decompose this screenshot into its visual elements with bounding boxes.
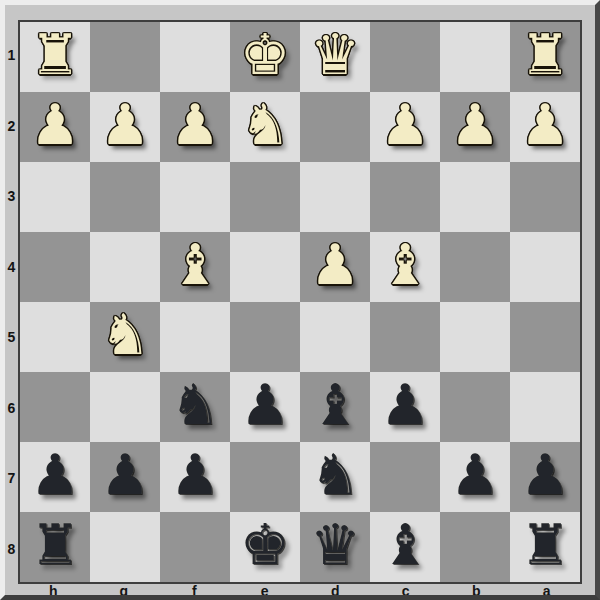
square-b5[interactable] (440, 302, 510, 372)
piece-white-pawn: ♟ (380, 97, 430, 153)
rank-label-3: 3 (5, 161, 18, 232)
square-b1[interactable] (440, 22, 510, 92)
square-f8[interactable] (160, 512, 230, 582)
piece-white-knight: ♞ (100, 307, 150, 363)
rank-label-6: 6 (5, 373, 18, 444)
piece-white-pawn: ♟ (100, 97, 150, 153)
square-c1[interactable] (370, 22, 440, 92)
square-c2[interactable]: ♟ (370, 92, 440, 162)
piece-white-pawn: ♟ (310, 237, 360, 293)
square-g4[interactable] (90, 232, 160, 302)
piece-black-bishop: ♝ (380, 517, 430, 573)
square-g8[interactable] (90, 512, 160, 582)
chess-diagram-frame: 12345678 ♜♚♛♜♟♟♟♞♟♟♟♝♟♝♞♞♟♝♟♟♟♟♞♟♟♜♚♛♝♜ … (0, 0, 600, 600)
rank-label-8: 8 (5, 514, 18, 585)
piece-white-pawn: ♟ (170, 97, 220, 153)
square-e1[interactable]: ♚ (230, 22, 300, 92)
piece-white-king: ♚ (240, 27, 290, 83)
square-g3[interactable] (90, 162, 160, 232)
square-d4[interactable]: ♟ (300, 232, 370, 302)
square-c3[interactable] (370, 162, 440, 232)
file-label-f: f (159, 584, 230, 598)
square-d6[interactable]: ♝ (300, 372, 370, 442)
square-e2[interactable]: ♞ (230, 92, 300, 162)
piece-black-pawn: ♟ (100, 447, 150, 503)
piece-black-pawn: ♟ (170, 447, 220, 503)
square-f6[interactable]: ♞ (160, 372, 230, 442)
square-b4[interactable] (440, 232, 510, 302)
square-e3[interactable] (230, 162, 300, 232)
piece-white-bishop: ♝ (380, 237, 430, 293)
piece-white-pawn: ♟ (450, 97, 500, 153)
file-label-e: e (230, 584, 301, 598)
square-h6[interactable] (20, 372, 90, 442)
square-c7[interactable] (370, 442, 440, 512)
piece-white-bishop: ♝ (170, 237, 220, 293)
rank-labels: 12345678 (5, 20, 18, 584)
square-h4[interactable] (20, 232, 90, 302)
piece-black-knight: ♞ (310, 447, 360, 503)
file-label-h: h (18, 584, 89, 598)
square-f3[interactable] (160, 162, 230, 232)
square-g6[interactable] (90, 372, 160, 442)
square-f7[interactable]: ♟ (160, 442, 230, 512)
square-b8[interactable] (440, 512, 510, 582)
square-h8[interactable]: ♜ (20, 512, 90, 582)
piece-white-pawn: ♟ (30, 97, 80, 153)
square-h7[interactable]: ♟ (20, 442, 90, 512)
square-g5[interactable]: ♞ (90, 302, 160, 372)
square-f5[interactable] (160, 302, 230, 372)
file-label-a: a (512, 584, 583, 598)
file-label-d: d (300, 584, 371, 598)
piece-white-rook: ♜ (520, 27, 570, 83)
piece-black-king: ♚ (240, 517, 290, 573)
rank-label-7: 7 (5, 443, 18, 514)
square-a8[interactable]: ♜ (510, 512, 580, 582)
square-b2[interactable]: ♟ (440, 92, 510, 162)
square-d3[interactable] (300, 162, 370, 232)
rank-label-4: 4 (5, 232, 18, 303)
piece-black-pawn: ♟ (450, 447, 500, 503)
piece-black-bishop: ♝ (310, 377, 360, 433)
piece-black-knight: ♞ (170, 377, 220, 433)
square-f4[interactable]: ♝ (160, 232, 230, 302)
rank-label-2: 2 (5, 91, 18, 162)
square-h5[interactable] (20, 302, 90, 372)
piece-black-pawn: ♟ (520, 447, 570, 503)
square-c5[interactable] (370, 302, 440, 372)
piece-black-pawn: ♟ (240, 377, 290, 433)
square-e5[interactable] (230, 302, 300, 372)
piece-white-rook: ♜ (30, 27, 80, 83)
square-d7[interactable]: ♞ (300, 442, 370, 512)
square-a3[interactable] (510, 162, 580, 232)
square-a6[interactable] (510, 372, 580, 442)
square-d2[interactable] (300, 92, 370, 162)
piece-black-rook: ♜ (30, 517, 80, 573)
square-h3[interactable] (20, 162, 90, 232)
square-e7[interactable] (230, 442, 300, 512)
square-b3[interactable] (440, 162, 510, 232)
rank-label-5: 5 (5, 302, 18, 373)
file-labels: hgfedcba (18, 584, 582, 598)
square-f2[interactable]: ♟ (160, 92, 230, 162)
square-d1[interactable]: ♛ (300, 22, 370, 92)
square-a5[interactable] (510, 302, 580, 372)
square-b7[interactable]: ♟ (440, 442, 510, 512)
square-a7[interactable]: ♟ (510, 442, 580, 512)
square-g7[interactable]: ♟ (90, 442, 160, 512)
piece-white-pawn: ♟ (520, 97, 570, 153)
piece-black-pawn: ♟ (380, 377, 430, 433)
square-a2[interactable]: ♟ (510, 92, 580, 162)
piece-black-pawn: ♟ (30, 447, 80, 503)
square-a4[interactable] (510, 232, 580, 302)
chess-board: ♜♚♛♜♟♟♟♞♟♟♟♝♟♝♞♞♟♝♟♟♟♟♞♟♟♜♚♛♝♜ (18, 20, 582, 584)
square-d5[interactable] (300, 302, 370, 372)
square-c8[interactable]: ♝ (370, 512, 440, 582)
piece-white-knight: ♞ (240, 97, 290, 153)
square-e8[interactable]: ♚ (230, 512, 300, 582)
square-g1[interactable] (90, 22, 160, 92)
square-c4[interactable]: ♝ (370, 232, 440, 302)
square-g2[interactable]: ♟ (90, 92, 160, 162)
square-d8[interactable]: ♛ (300, 512, 370, 582)
square-h2[interactable]: ♟ (20, 92, 90, 162)
square-c6[interactable]: ♟ (370, 372, 440, 442)
piece-black-rook: ♜ (520, 517, 570, 573)
file-label-c: c (371, 584, 442, 598)
square-e4[interactable] (230, 232, 300, 302)
piece-white-queen: ♛ (310, 27, 360, 83)
piece-black-queen: ♛ (310, 517, 360, 573)
file-label-b: b (441, 584, 512, 598)
square-e6[interactable]: ♟ (230, 372, 300, 442)
rank-label-1: 1 (5, 20, 18, 91)
square-f1[interactable] (160, 22, 230, 92)
square-a1[interactable]: ♜ (510, 22, 580, 92)
square-b6[interactable] (440, 372, 510, 442)
square-h1[interactable]: ♜ (20, 22, 90, 92)
file-label-g: g (89, 584, 160, 598)
